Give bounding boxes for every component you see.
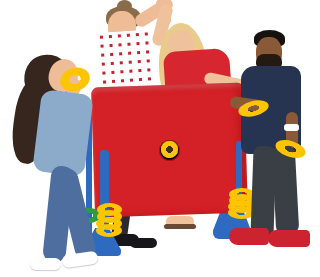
blonde-sandal-sole (164, 224, 196, 229)
red-sneaker-2 (268, 230, 310, 247)
white-sneaker (61, 251, 98, 269)
red-sneaker (229, 228, 269, 245)
dark-jeans-leg-2 (272, 145, 300, 234)
blue-tee (32, 89, 94, 177)
person-left-woman (8, 48, 120, 274)
white-sneaker-2 (30, 258, 61, 270)
white-watch (284, 124, 299, 131)
person-right-man (228, 28, 320, 260)
yellow-disc (161, 140, 179, 158)
product-photo-stage (0, 0, 320, 277)
center-man-shoe-2 (130, 238, 157, 248)
